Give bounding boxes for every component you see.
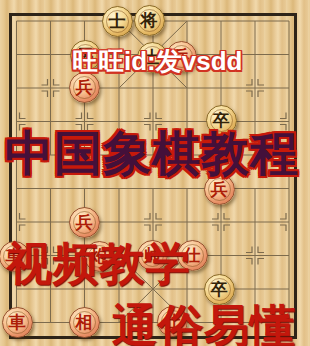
piece-red-兵-c6[interactable]: 兵 [69,207,100,238]
piece-red-仕-f7[interactable]: 仕 [177,240,208,271]
piece-black-馬-c1[interactable]: 馬 [70,40,101,71]
piece-red-帅-e7[interactable]: 帅 [137,240,168,271]
xiangqi-app: 士将馬士兵兵卒兵兵車炮帅仕卒車相仕 旺旺id:发vsdd 中国象棋教程 视频教学… [0,0,310,346]
piece-red-車-a7[interactable]: 車 [0,241,30,272]
piece-red-車-a9[interactable]: 車 [2,307,33,338]
piece-red-兵-g5[interactable]: 兵 [204,174,235,205]
piece-red-仕-f9[interactable]: 仕 [157,306,188,337]
piece-red-炮-c7[interactable]: 炮 [84,241,115,272]
piece-red-兵-f1[interactable]: 兵 [166,41,197,72]
piece-black-卒-g3[interactable]: 卒 [206,105,237,136]
piece-red-相-c9[interactable]: 相 [69,307,100,338]
piece-black-将-e0[interactable]: 将 [134,5,165,36]
piece-black-士-d0[interactable]: 士 [102,6,133,37]
piece-black-卒-g8[interactable]: 卒 [204,274,235,305]
piece-red-兵-c2[interactable]: 兵 [69,72,100,103]
piece-black-士-e1[interactable]: 士 [137,42,168,73]
